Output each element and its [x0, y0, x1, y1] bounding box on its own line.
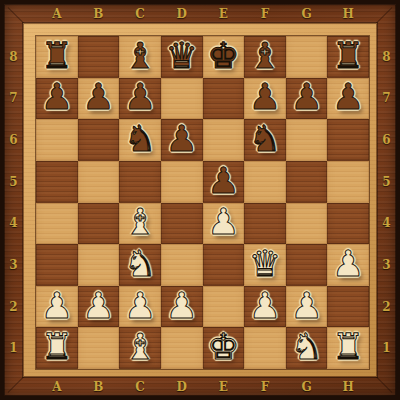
- square-b2[interactable]: ♟: [78, 286, 120, 328]
- square-b6[interactable]: [78, 119, 120, 161]
- square-c6[interactable]: ♞: [119, 119, 161, 161]
- square-c1[interactable]: ♝: [119, 327, 161, 369]
- rank-label-3-right: 3: [377, 244, 396, 286]
- square-f2[interactable]: ♟: [244, 286, 286, 328]
- square-h2[interactable]: [327, 286, 369, 328]
- file-label-c-top: C: [119, 4, 161, 23]
- file-label-h-top: H: [327, 4, 369, 23]
- black-pawn[interactable]: ♟: [332, 79, 364, 115]
- black-queen[interactable]: ♛: [166, 38, 198, 74]
- file-label-d-top: D: [161, 4, 203, 23]
- square-a8[interactable]: ♜: [36, 36, 78, 78]
- white-pawn[interactable]: ♟: [207, 204, 239, 240]
- rank-label-5-right: 5: [377, 161, 396, 203]
- black-pawn[interactable]: ♟: [82, 79, 114, 115]
- square-b8[interactable]: [78, 36, 120, 78]
- rank-label-3-left: 3: [4, 244, 23, 286]
- square-d5[interactable]: [161, 161, 203, 203]
- square-f7[interactable]: ♟: [244, 78, 286, 120]
- square-h7[interactable]: ♟: [327, 78, 369, 120]
- white-pawn[interactable]: ♟: [124, 288, 156, 324]
- black-pawn[interactable]: ♟: [166, 121, 198, 157]
- file-label-e-top: E: [203, 4, 245, 23]
- square-c5[interactable]: [119, 161, 161, 203]
- rank-label-8-left: 8: [4, 36, 23, 78]
- square-h6[interactable]: [327, 119, 369, 161]
- rank-label-7-right: 7: [377, 78, 396, 120]
- square-h5[interactable]: [327, 161, 369, 203]
- square-g2[interactable]: ♟: [286, 286, 328, 328]
- square-d2[interactable]: ♟: [161, 286, 203, 328]
- square-b3[interactable]: [78, 244, 120, 286]
- square-d7[interactable]: [161, 78, 203, 120]
- square-g4[interactable]: [286, 203, 328, 245]
- white-pawn[interactable]: ♟: [332, 246, 364, 282]
- square-e8[interactable]: ♚: [203, 36, 245, 78]
- chess-board: ♜♝♛♚♝♜♟♟♟♟♟♟♞♟♞♟♝♟♞♛♟♟♟♟♟♟♟♜♝♚♞♜: [36, 36, 369, 369]
- square-c7[interactable]: ♟: [119, 78, 161, 120]
- rank-label-6-right: 6: [377, 119, 396, 161]
- black-rook[interactable]: ♜: [332, 38, 364, 74]
- rank-label-8-right: 8: [377, 36, 396, 78]
- square-d3[interactable]: [161, 244, 203, 286]
- rank-label-5-left: 5: [4, 161, 23, 203]
- file-label-d-bottom: D: [161, 377, 203, 396]
- square-a1[interactable]: ♜: [36, 327, 78, 369]
- rank-labels-right: 87654321: [377, 36, 396, 369]
- white-rook[interactable]: ♜: [332, 329, 364, 365]
- square-a5[interactable]: [36, 161, 78, 203]
- white-bishop[interactable]: ♝: [124, 329, 156, 365]
- square-g5[interactable]: [286, 161, 328, 203]
- rank-label-2-left: 2: [4, 286, 23, 328]
- rank-label-1-left: 1: [4, 327, 23, 369]
- file-label-g-top: G: [286, 4, 328, 23]
- square-h3[interactable]: ♟: [327, 244, 369, 286]
- square-f5[interactable]: [244, 161, 286, 203]
- square-g6[interactable]: [286, 119, 328, 161]
- white-king[interactable]: ♚: [207, 329, 239, 365]
- square-e4[interactable]: ♟: [203, 203, 245, 245]
- white-pawn[interactable]: ♟: [82, 288, 114, 324]
- file-label-c-bottom: C: [119, 377, 161, 396]
- rank-label-4-right: 4: [377, 203, 396, 245]
- square-a6[interactable]: [36, 119, 78, 161]
- square-h1[interactable]: ♜: [327, 327, 369, 369]
- square-g3[interactable]: [286, 244, 328, 286]
- square-e5[interactable]: ♟: [203, 161, 245, 203]
- white-knight[interactable]: ♞: [290, 329, 322, 365]
- rank-label-1-right: 1: [377, 327, 396, 369]
- file-labels-top: ABCDEFGH: [36, 4, 369, 23]
- rank-labels-left: 87654321: [4, 36, 23, 369]
- black-pawn[interactable]: ♟: [290, 79, 322, 115]
- file-label-a-top: A: [36, 4, 78, 23]
- black-pawn[interactable]: ♟: [207, 163, 239, 199]
- square-b5[interactable]: [78, 161, 120, 203]
- rank-label-6-left: 6: [4, 119, 23, 161]
- file-label-e-bottom: E: [203, 377, 245, 396]
- square-f8[interactable]: ♝: [244, 36, 286, 78]
- square-e7[interactable]: [203, 78, 245, 120]
- rank-label-7-left: 7: [4, 78, 23, 120]
- black-bishop[interactable]: ♝: [124, 38, 156, 74]
- square-e6[interactable]: [203, 119, 245, 161]
- square-a2[interactable]: ♟: [36, 286, 78, 328]
- rank-label-2-right: 2: [377, 286, 396, 328]
- square-d4[interactable]: [161, 203, 203, 245]
- square-d6[interactable]: ♟: [161, 119, 203, 161]
- square-f3[interactable]: ♛: [244, 244, 286, 286]
- white-rook[interactable]: ♜: [41, 329, 73, 365]
- square-e2[interactable]: [203, 286, 245, 328]
- square-f1[interactable]: [244, 327, 286, 369]
- chess-app: ABCDEFGH ABCDEFGH 87654321 87654321 ♜♝♛♚…: [0, 0, 400, 400]
- square-c3[interactable]: ♞: [119, 244, 161, 286]
- square-e1[interactable]: ♚: [203, 327, 245, 369]
- square-a3[interactable]: [36, 244, 78, 286]
- white-pawn[interactable]: ♟: [166, 288, 198, 324]
- file-label-a-bottom: A: [36, 377, 78, 396]
- black-knight[interactable]: ♞: [124, 121, 156, 157]
- file-labels-bottom: ABCDEFGH: [36, 377, 369, 396]
- square-g7[interactable]: ♟: [286, 78, 328, 120]
- square-a4[interactable]: [36, 203, 78, 245]
- black-pawn[interactable]: ♟: [249, 79, 281, 115]
- file-label-g-bottom: G: [286, 377, 328, 396]
- square-b1[interactable]: [78, 327, 120, 369]
- file-label-b-top: B: [78, 4, 120, 23]
- black-knight[interactable]: ♞: [249, 121, 281, 157]
- square-b7[interactable]: ♟: [78, 78, 120, 120]
- square-h8[interactable]: ♜: [327, 36, 369, 78]
- square-b4[interactable]: [78, 203, 120, 245]
- file-label-h-bottom: H: [327, 377, 369, 396]
- white-bishop[interactable]: ♝: [124, 204, 156, 240]
- rank-label-4-left: 4: [4, 203, 23, 245]
- square-d8[interactable]: ♛: [161, 36, 203, 78]
- file-label-b-bottom: B: [78, 377, 120, 396]
- square-e3[interactable]: [203, 244, 245, 286]
- file-label-f-bottom: F: [244, 377, 286, 396]
- black-bishop[interactable]: ♝: [249, 38, 281, 74]
- file-label-f-top: F: [244, 4, 286, 23]
- square-g8[interactable]: [286, 36, 328, 78]
- black-king[interactable]: ♚: [207, 38, 239, 74]
- black-pawn[interactable]: ♟: [124, 79, 156, 115]
- square-d1[interactable]: [161, 327, 203, 369]
- white-pawn[interactable]: ♟: [41, 288, 73, 324]
- white-pawn[interactable]: ♟: [290, 288, 322, 324]
- square-h4[interactable]: [327, 203, 369, 245]
- square-f6[interactable]: ♞: [244, 119, 286, 161]
- square-c2[interactable]: ♟: [119, 286, 161, 328]
- square-a7[interactable]: ♟: [36, 78, 78, 120]
- white-pawn[interactable]: ♟: [249, 288, 281, 324]
- square-c8[interactable]: ♝: [119, 36, 161, 78]
- white-knight[interactable]: ♞: [124, 246, 156, 282]
- square-g1[interactable]: ♞: [286, 327, 328, 369]
- black-pawn[interactable]: ♟: [41, 79, 73, 115]
- white-queen[interactable]: ♛: [249, 246, 281, 282]
- square-c4[interactable]: ♝: [119, 203, 161, 245]
- black-rook[interactable]: ♜: [41, 38, 73, 74]
- square-f4[interactable]: [244, 203, 286, 245]
